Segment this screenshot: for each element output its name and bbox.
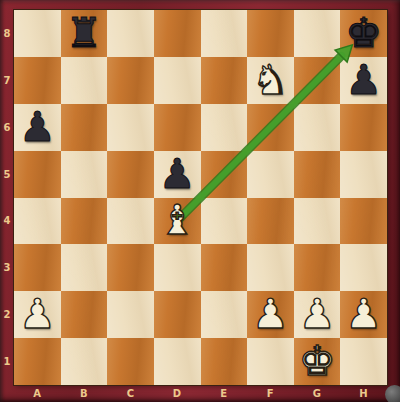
black-pawn[interactable]: ♟ — [19, 107, 56, 148]
square-b8[interactable]: ♜ — [61, 10, 108, 57]
square-f5[interactable] — [247, 151, 294, 198]
square-h1[interactable] — [340, 338, 387, 385]
rank-label-7: 7 — [0, 57, 14, 104]
square-e4[interactable] — [201, 198, 248, 245]
square-a2[interactable]: ♟ — [14, 291, 61, 338]
square-f8[interactable] — [247, 10, 294, 57]
rank-label-5: 5 — [0, 151, 14, 198]
square-g8[interactable] — [294, 10, 341, 57]
square-c3[interactable] — [107, 244, 154, 291]
square-b3[interactable] — [61, 244, 108, 291]
square-e5[interactable] — [201, 151, 248, 198]
file-labels: ABCDEFGH — [14, 385, 387, 402]
rank-label-1: 1 — [0, 338, 14, 385]
square-g3[interactable] — [294, 244, 341, 291]
file-label-g: G — [294, 385, 341, 402]
white-knight[interactable]: ♞ — [252, 60, 289, 101]
square-f6[interactable] — [247, 104, 294, 151]
square-e7[interactable] — [201, 57, 248, 104]
square-c2[interactable] — [107, 291, 154, 338]
square-a8[interactable] — [14, 10, 61, 57]
square-a3[interactable] — [14, 244, 61, 291]
square-b1[interactable] — [61, 338, 108, 385]
square-g7[interactable] — [294, 57, 341, 104]
square-e6[interactable] — [201, 104, 248, 151]
square-f7[interactable]: ♞ — [247, 57, 294, 104]
square-b7[interactable] — [61, 57, 108, 104]
square-d4[interactable]: ♝ — [154, 198, 201, 245]
square-h6[interactable] — [340, 104, 387, 151]
square-a7[interactable] — [14, 57, 61, 104]
rank-label-8: 8 — [0, 10, 14, 57]
square-b4[interactable] — [61, 198, 108, 245]
square-c1[interactable] — [107, 338, 154, 385]
black-king[interactable]: ♚ — [345, 13, 382, 54]
square-b6[interactable] — [61, 104, 108, 151]
square-h5[interactable] — [340, 151, 387, 198]
square-e3[interactable] — [201, 244, 248, 291]
square-d7[interactable] — [154, 57, 201, 104]
square-g1[interactable]: ♚ — [294, 338, 341, 385]
square-e1[interactable] — [201, 338, 248, 385]
square-h3[interactable] — [340, 244, 387, 291]
chess-board-frame: 87654321 ♜♚♞♟♟♟♝♟♟♟♟♚ ABCDEFGH — [0, 0, 400, 402]
white-pawn[interactable]: ♟ — [299, 294, 336, 335]
square-g6[interactable] — [294, 104, 341, 151]
square-e2[interactable] — [201, 291, 248, 338]
rank-label-2: 2 — [0, 291, 14, 338]
white-pawn[interactable]: ♟ — [345, 294, 382, 335]
square-a1[interactable] — [14, 338, 61, 385]
square-a6[interactable]: ♟ — [14, 104, 61, 151]
corner-dot — [385, 385, 400, 402]
file-label-h: H — [340, 385, 387, 402]
file-label-d: D — [154, 385, 201, 402]
white-king[interactable]: ♚ — [299, 341, 336, 382]
square-d1[interactable] — [154, 338, 201, 385]
black-pawn[interactable]: ♟ — [345, 60, 382, 101]
square-f3[interactable] — [247, 244, 294, 291]
square-d5[interactable]: ♟ — [154, 151, 201, 198]
white-bishop[interactable]: ♝ — [159, 200, 196, 241]
square-d2[interactable] — [154, 291, 201, 338]
file-label-c: C — [107, 385, 154, 402]
file-label-f: F — [247, 385, 294, 402]
rank-label-6: 6 — [0, 104, 14, 151]
square-a5[interactable] — [14, 151, 61, 198]
square-c4[interactable] — [107, 198, 154, 245]
square-h2[interactable]: ♟ — [340, 291, 387, 338]
square-f1[interactable] — [247, 338, 294, 385]
white-pawn[interactable]: ♟ — [19, 294, 56, 335]
square-a4[interactable] — [14, 198, 61, 245]
black-pawn[interactable]: ♟ — [159, 154, 196, 195]
square-h4[interactable] — [340, 198, 387, 245]
square-d3[interactable] — [154, 244, 201, 291]
rank-label-4: 4 — [0, 198, 14, 245]
white-pawn[interactable]: ♟ — [252, 294, 289, 335]
square-c5[interactable] — [107, 151, 154, 198]
square-b5[interactable] — [61, 151, 108, 198]
square-f2[interactable]: ♟ — [247, 291, 294, 338]
file-label-b: B — [61, 385, 108, 402]
square-g5[interactable] — [294, 151, 341, 198]
square-e8[interactable] — [201, 10, 248, 57]
chess-board: ♜♚♞♟♟♟♝♟♟♟♟♚ — [14, 10, 387, 385]
square-h7[interactable]: ♟ — [340, 57, 387, 104]
rank-label-3: 3 — [0, 244, 14, 291]
rank-labels: 87654321 — [0, 10, 14, 385]
black-rook[interactable]: ♜ — [66, 13, 103, 54]
square-c8[interactable] — [107, 10, 154, 57]
file-label-e: E — [201, 385, 248, 402]
square-d8[interactable] — [154, 10, 201, 57]
square-f4[interactable] — [247, 198, 294, 245]
square-b2[interactable] — [61, 291, 108, 338]
square-g2[interactable]: ♟ — [294, 291, 341, 338]
square-c7[interactable] — [107, 57, 154, 104]
square-g4[interactable] — [294, 198, 341, 245]
square-c6[interactable] — [107, 104, 154, 151]
file-label-a: A — [14, 385, 61, 402]
square-d6[interactable] — [154, 104, 201, 151]
square-h8[interactable]: ♚ — [340, 10, 387, 57]
